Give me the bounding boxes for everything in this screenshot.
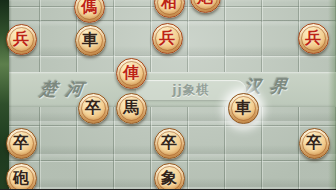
piece-black-elephant[interactable]: 象 — [154, 163, 185, 190]
piece-red-soldier-a[interactable]: 兵 — [6, 24, 37, 55]
black-piece-glyph: 象 — [161, 170, 177, 186]
red-piece-glyph: 相 — [161, 0, 177, 10]
piece-red-chariot[interactable]: 俥 — [116, 58, 147, 89]
red-piece-glyph: 炮 — [197, 0, 213, 5]
black-piece-glyph: 卒 — [13, 135, 29, 151]
piece-red-horse[interactable]: 傌 — [74, 0, 105, 23]
black-piece-glyph: 馬 — [123, 100, 139, 116]
black-piece-glyph: 卒 — [306, 135, 322, 151]
piece-black-chariot-b-selected[interactable]: 車 — [228, 93, 259, 124]
piece-black-cannon[interactable]: 砲 — [6, 163, 37, 190]
piece-red-cannon[interactable]: 炮 — [190, 0, 221, 13]
red-piece-glyph: 俥 — [123, 65, 139, 81]
black-piece-glyph: 車 — [82, 32, 98, 48]
red-piece-glyph: 兵 — [13, 31, 29, 47]
black-piece-glyph: 卒 — [161, 135, 177, 151]
piece-black-soldier-b[interactable]: 卒 — [6, 128, 37, 159]
piece-red-elephant[interactable]: 相 — [154, 0, 185, 18]
black-piece-glyph: 砲 — [13, 170, 29, 186]
xiangqi-game-screen: 楚河 汉界 jj象棋 傌相炮兵車兵兵俥卒馬車卒卒卒砲象 — [0, 0, 336, 189]
black-piece-glyph: 車 — [235, 100, 251, 116]
piece-black-horse[interactable]: 馬 — [116, 93, 147, 124]
piece-red-soldier-b[interactable]: 兵 — [152, 23, 183, 54]
piece-red-soldier-c[interactable]: 兵 — [298, 23, 329, 54]
red-piece-glyph: 兵 — [305, 30, 321, 46]
piece-black-soldier-a[interactable]: 卒 — [78, 93, 109, 124]
pieces-layer: 傌相炮兵車兵兵俥卒馬車卒卒卒砲象 — [0, 0, 336, 189]
piece-black-soldier-c[interactable]: 卒 — [154, 128, 185, 159]
piece-black-chariot-a[interactable]: 車 — [75, 25, 106, 56]
black-piece-glyph: 卒 — [85, 100, 101, 116]
piece-black-soldier-d[interactable]: 卒 — [299, 128, 330, 159]
red-piece-glyph: 傌 — [81, 0, 97, 15]
red-piece-glyph: 兵 — [159, 30, 175, 46]
